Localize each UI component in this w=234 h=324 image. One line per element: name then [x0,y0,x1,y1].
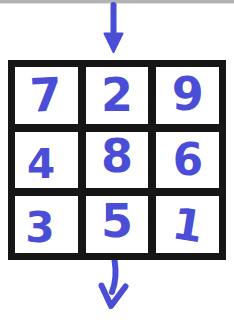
top-down-arrow-icon [105,5,123,52]
cell-value: 1 [169,201,206,249]
cell-value: 9 [172,71,204,117]
bottom-down-arrow-icon [102,260,126,306]
cell-value: 7 [29,72,63,120]
cell-value: 3 [26,205,55,247]
number-grid-board: 7 2 9 4 8 6 3 5 1 [8,60,226,260]
cell-r1c3: 9 [156,67,219,124]
cell-r2c2: 8 [86,132,149,189]
window-edge-strip [0,0,234,4]
cell-value: 6 [172,138,202,182]
cell-value: 2 [101,72,133,118]
cell-r3c3: 1 [156,196,219,253]
cell-r1c1: 7 [15,67,78,124]
cell-value: 4 [27,144,55,184]
cell-r2c3: 6 [156,132,219,189]
cell-value: 8 [101,133,133,179]
cell-r2c1: 4 [15,132,78,189]
cell-r1c2: 2 [86,67,149,124]
cell-r3c2: 5 [86,196,149,253]
cell-r3c1: 3 [15,196,78,253]
cell-value: 5 [101,198,133,244]
